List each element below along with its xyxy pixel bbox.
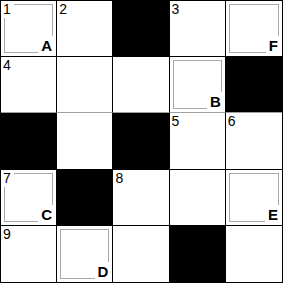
cell-r3c2[interactable]: 8 (113, 170, 169, 226)
clue-number: 1 (1, 1, 14, 18)
crossword-grid: 1A23F4B567C8E9D (0, 0, 283, 283)
cell-r0c4[interactable]: F (226, 1, 282, 57)
cell-r0c3[interactable]: 3 (170, 1, 226, 57)
clue-number: 8 (113, 170, 126, 187)
cell-r1c1[interactable] (57, 57, 113, 113)
cell-r3c4[interactable]: E (226, 170, 282, 226)
cell-r0c0[interactable]: 1A (1, 1, 57, 57)
clue-number: 7 (1, 170, 14, 187)
cell-r4c1[interactable]: D (57, 226, 113, 282)
cell-r2c4[interactable]: 6 (226, 113, 282, 169)
marker-letter: C (38, 205, 53, 222)
clue-number: 4 (1, 57, 14, 74)
cell-r1c4 (226, 57, 282, 113)
clue-number: 5 (170, 113, 183, 130)
marker-letter: B (207, 92, 222, 109)
cell-r0c2 (113, 1, 169, 57)
cell-r2c0 (1, 113, 57, 169)
cell-r3c1 (57, 170, 113, 226)
cell-r4c4[interactable] (226, 226, 282, 282)
clue-number: 3 (170, 1, 183, 18)
cell-r4c3 (170, 226, 226, 282)
clue-number: 2 (57, 1, 70, 18)
cell-r4c2[interactable] (113, 226, 169, 282)
marker-letter: D (95, 262, 110, 279)
clue-number: 9 (1, 226, 14, 243)
clue-number: 6 (226, 113, 239, 130)
cell-r0c1[interactable]: 2 (57, 1, 113, 57)
cell-r1c0[interactable]: 4 (1, 57, 57, 113)
cell-r4c0[interactable]: 9 (1, 226, 57, 282)
marker-letter: E (265, 205, 279, 222)
cell-r2c1[interactable] (57, 113, 113, 169)
marker-letter: A (38, 36, 53, 53)
cell-r1c3[interactable]: B (170, 57, 226, 113)
cell-r3c3[interactable] (170, 170, 226, 226)
cell-r2c2 (113, 113, 169, 169)
cell-r3c0[interactable]: 7C (1, 170, 57, 226)
cell-r2c3[interactable]: 5 (170, 113, 226, 169)
marker-letter: F (266, 36, 279, 53)
cell-r1c2[interactable] (113, 57, 169, 113)
